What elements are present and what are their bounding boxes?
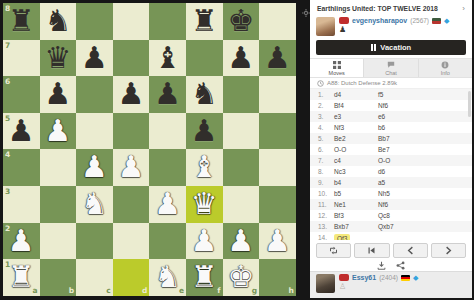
rank-label-7: 7 (5, 41, 10, 50)
opening-name[interactable]: A88: Dutch Defense 2.89k (327, 80, 397, 86)
move-number: 2. (318, 102, 334, 109)
square-d1[interactable]: d (113, 259, 150, 296)
square-c4[interactable]: ♟ (76, 149, 113, 186)
move-list[interactable]: 1.d4f52.Bf4Nf63.e3e64.Nf3b65.Be2Bb76.O-O… (310, 89, 472, 240)
white-move[interactable]: O-O (334, 146, 346, 153)
square-h3[interactable] (259, 186, 296, 223)
vacation-label: Vacation (380, 43, 411, 52)
black-move[interactable]: Be7 (378, 146, 390, 153)
square-b4[interactable] (40, 149, 77, 186)
game-sidebar: Earthlings United: TOP TWELVE 2018 › evg… (310, 0, 472, 298)
square-g8[interactable]: ♚ (223, 3, 260, 40)
white-knight-c3[interactable]: ♞ (76, 186, 113, 223)
move-number: 6. (318, 146, 334, 153)
square-a4[interactable]: 4 (3, 149, 40, 186)
move-row: 7.c4O-O (310, 155, 472, 166)
white-pawn-b5[interactable]: ♟ (40, 113, 77, 150)
white-move[interactable]: Bxb7 (334, 223, 349, 230)
black-pawn-g7[interactable]: ♟ (223, 40, 260, 77)
square-c3[interactable]: ♞ (76, 186, 113, 223)
black-pawn-h7[interactable]: ♟ (259, 40, 296, 77)
square-a6[interactable]: 6 (3, 76, 40, 113)
board-settings-gear-icon[interactable] (302, 3, 310, 21)
square-c5[interactable] (76, 113, 113, 150)
square-g5[interactable] (223, 113, 260, 150)
move-number: 3. (318, 113, 334, 120)
move-number: 5. (318, 135, 334, 142)
black-pawn-e6[interactable]: ♟ (149, 76, 186, 113)
square-g6[interactable] (223, 76, 260, 113)
vacation-banner: Vacation (316, 40, 466, 55)
move-row: 5.Be2Bb7 (310, 133, 472, 144)
previous-move-button[interactable] (393, 243, 428, 258)
black-pawn-d6[interactable]: ♟ (113, 76, 150, 113)
black-move[interactable]: b6 (378, 124, 385, 131)
square-d5[interactable] (113, 113, 150, 150)
black-move[interactable]: Nf6 (378, 201, 388, 208)
square-d4[interactable]: ♟ (113, 149, 150, 186)
skip-to-start-icon (367, 246, 376, 255)
square-f4[interactable]: ♝ (186, 149, 223, 186)
white-move[interactable]: Ne1 (334, 201, 346, 208)
download-share-row (310, 260, 472, 271)
file-label-c: c (106, 286, 110, 295)
white-bishop-f4[interactable]: ♝ (186, 149, 223, 186)
rank-label-5: 5 (5, 114, 10, 123)
square-h8[interactable] (259, 3, 296, 40)
white-move[interactable]: Qf3 (334, 234, 350, 241)
clock-icon (317, 80, 324, 87)
move-row: 8.Nc3d6 (310, 166, 472, 177)
chevron-right-icon[interactable]: › (462, 4, 465, 13)
bottom-player-rating: (2404) (379, 274, 398, 281)
square-e1[interactable]: ♞e (149, 259, 186, 296)
top-player-row[interactable]: evgenysharapov (2567) ◆ ♟ (310, 15, 472, 38)
move-number: 9. (318, 179, 334, 186)
square-c6[interactable] (76, 76, 113, 113)
scrollbar-thumb[interactable] (468, 91, 471, 117)
top-player-flag-icon (432, 18, 441, 24)
move-row: 6.O-OBe7 (310, 144, 472, 155)
move-number: 8. (318, 168, 334, 175)
white-pawn-g2[interactable]: ♟ (223, 223, 260, 260)
square-g4[interactable] (223, 149, 260, 186)
move-number: 1. (318, 91, 334, 98)
square-f8[interactable]: ♜ (186, 3, 223, 40)
square-e6[interactable]: ♟ (149, 76, 186, 113)
file-label-f: f (217, 286, 220, 295)
black-move[interactable]: e6 (378, 113, 385, 120)
square-a5[interactable]: ♟5 (3, 113, 40, 150)
tournament-header[interactable]: Earthlings United: TOP TWELVE 2018 › (310, 0, 472, 15)
square-e7[interactable]: ♝ (149, 40, 186, 77)
chevron-left-icon (406, 246, 415, 255)
download-icon[interactable] (377, 261, 386, 270)
square-d7[interactable] (113, 40, 150, 77)
square-h4[interactable] (259, 149, 296, 186)
sidebar-tabs: Moves Chat Info (310, 58, 472, 78)
square-d6[interactable]: ♟ (113, 76, 150, 113)
square-h2[interactable]: ♟ (259, 223, 296, 260)
tab-chat[interactable]: Chat (364, 59, 418, 77)
black-rook-f8[interactable]: ♜ (186, 3, 223, 40)
white-pawn-e3[interactable]: ♟ (149, 186, 186, 223)
file-label-a: a (33, 286, 38, 295)
rank-label-2: 2 (5, 224, 10, 233)
black-knight-f6[interactable]: ♞ (186, 76, 223, 113)
move-row: 13.Bxb7Qxb7 (310, 221, 472, 232)
square-f5[interactable]: ♟ (186, 113, 223, 150)
square-f2[interactable]: ♟ (186, 223, 223, 260)
go-to-start-button[interactable] (354, 243, 389, 258)
white-pawn-c4[interactable]: ♟ (76, 149, 113, 186)
top-player-avatar[interactable] (316, 17, 335, 36)
rank-label-3: 3 (5, 187, 10, 196)
black-move[interactable]: a5 (378, 179, 385, 186)
black-move[interactable]: Bb7 (378, 135, 390, 142)
black-move[interactable]: O-O (378, 157, 390, 164)
bottom-player-title-badge (339, 274, 349, 281)
square-b6[interactable]: ♟ (40, 76, 77, 113)
square-f1[interactable]: ♜f (186, 259, 223, 296)
move-number: 10. (318, 190, 334, 197)
rank-label-6: 6 (5, 77, 10, 86)
black-pawn-f5[interactable]: ♟ (186, 113, 223, 150)
white-pawn-f2[interactable]: ♟ (186, 223, 223, 260)
top-player-rating: (2567) (410, 17, 429, 24)
white-queen-f3[interactable]: ♛ (186, 186, 223, 223)
black-move[interactable]: Qc8 (378, 212, 390, 219)
move-number: 4. (318, 124, 334, 131)
square-e5[interactable] (149, 113, 186, 150)
white-move[interactable]: c4 (334, 157, 341, 164)
white-move[interactable]: Bf4 (334, 102, 344, 109)
black-knight-b8[interactable]: ♞ (40, 3, 77, 40)
chess-board-container: ♜8♞♜♚7♛♟♝♟♟6♟♟♟♞♟5♟♟4♟♟♝3♞♟♛♟2♟♟♟♜1abcd♞… (3, 3, 296, 296)
diamond-membership-icon: ◆ (413, 274, 418, 281)
square-f3[interactable]: ♛ (186, 186, 223, 223)
white-pawn-h2[interactable]: ♟ (259, 223, 296, 260)
file-label-g: g (252, 286, 257, 295)
move-row: 12.Bf3Qc8 (310, 210, 472, 221)
white-move[interactable]: Bf3 (334, 212, 344, 219)
move-row: 9.b4a5 (310, 177, 472, 188)
top-player-name[interactable]: evgenysharapov (352, 17, 407, 24)
diamond-membership-icon: ◆ (444, 17, 449, 24)
black-bishop-e7[interactable]: ♝ (149, 40, 186, 77)
black-queen-b7[interactable]: ♛ (40, 40, 77, 77)
white-move[interactable]: e3 (334, 113, 341, 120)
top-player-title-badge (339, 17, 349, 24)
move-row: 2.Bf4Nf6 (310, 100, 472, 111)
square-c1[interactable]: c (76, 259, 113, 296)
flip-board-icon (329, 246, 338, 255)
square-b1[interactable]: b (40, 259, 77, 296)
info-circle-icon (441, 61, 449, 69)
square-e4[interactable] (149, 149, 186, 186)
square-g1[interactable]: ♚g (223, 259, 260, 296)
tab-moves[interactable]: Moves (310, 59, 364, 77)
square-b8[interactable]: ♞ (40, 3, 77, 40)
square-c7[interactable]: ♟ (76, 40, 113, 77)
square-h1[interactable]: h (259, 259, 296, 296)
file-label-b: b (69, 286, 74, 295)
square-a1[interactable]: ♜1a (3, 259, 40, 296)
square-a8[interactable]: ♜8 (3, 3, 40, 40)
square-h7[interactable]: ♟ (259, 40, 296, 77)
file-label-d: d (142, 286, 147, 295)
move-row: 14.Qf3 (310, 232, 472, 240)
white-move[interactable]: b4 (334, 179, 341, 186)
move-row: 10.b5Nh5 (310, 188, 472, 199)
white-move[interactable]: b5 (334, 190, 341, 197)
square-b7[interactable]: ♛ (40, 40, 77, 77)
black-side-pawn-icon: ♟ (339, 25, 449, 34)
square-d8[interactable] (113, 3, 150, 40)
move-number: 11. (318, 201, 334, 208)
black-move[interactable]: Nh5 (378, 190, 390, 197)
white-pawn-d4[interactable]: ♟ (113, 149, 150, 186)
square-f6[interactable]: ♞ (186, 76, 223, 113)
move-row: 11.Ne1Nf6 (310, 199, 472, 210)
square-d2[interactable] (113, 223, 150, 260)
white-move[interactable]: d4 (334, 91, 341, 98)
square-c2[interactable] (76, 223, 113, 260)
square-h5[interactable] (259, 113, 296, 150)
move-row: 4.Nf3b6 (310, 122, 472, 133)
square-h6[interactable] (259, 76, 296, 113)
black-move[interactable]: f5 (378, 91, 383, 98)
move-number: 7. (318, 157, 334, 164)
bottom-player-avatar[interactable] (316, 274, 335, 293)
move-navigation-bar (310, 240, 472, 260)
square-g2[interactable]: ♟ (223, 223, 260, 260)
move-row: 3.e3e6 (310, 111, 472, 122)
square-e2[interactable] (149, 223, 186, 260)
white-move[interactable]: Nf3 (334, 124, 344, 131)
bottom-player-name[interactable]: Essy61 (352, 274, 376, 281)
move-row: 1.d4f5 (310, 89, 472, 100)
black-move[interactable]: d6 (378, 168, 385, 175)
move-number: 13. (318, 223, 334, 230)
bottom-player-flag-icon (401, 275, 410, 281)
square-d3[interactable] (113, 186, 150, 223)
flip-board-button[interactable] (316, 243, 351, 258)
square-e3[interactable]: ♟ (149, 186, 186, 223)
square-a2[interactable]: ♟2 (3, 223, 40, 260)
chevron-right-icon (444, 246, 453, 255)
file-label-h: h (288, 286, 293, 295)
white-move[interactable]: Nc3 (334, 168, 346, 175)
square-g3[interactable] (223, 186, 260, 223)
file-label-e: e (179, 286, 184, 295)
app-window: ♜8♞♜♚7♛♟♝♟♟6♟♟♟♞♟5♟♟4♟♟♝3♞♟♛♟2♟♟♟♜1abcd♞… (0, 0, 474, 300)
share-icon[interactable] (396, 261, 405, 270)
rank-label-8: 8 (5, 4, 10, 13)
next-move-button[interactable] (431, 243, 466, 258)
black-move[interactable]: Qxb7 (378, 223, 394, 230)
move-number: 14. (318, 234, 334, 240)
square-b5[interactable]: ♟ (40, 113, 77, 150)
pause-icon (371, 44, 377, 51)
square-b3[interactable] (40, 186, 77, 223)
chess-board[interactable]: ♜8♞♜♚7♛♟♝♟♟6♟♟♟♞♟5♟♟4♟♟♝3♞♟♛♟2♟♟♟♜1abcd♞… (3, 3, 296, 296)
white-side-pawn-icon: ♙ (339, 282, 418, 291)
white-move[interactable]: Be2 (334, 135, 346, 142)
square-c8[interactable] (76, 3, 113, 40)
square-a3[interactable]: 3 (3, 186, 40, 223)
black-king-g8[interactable]: ♚ (223, 3, 260, 40)
black-pawn-c7[interactable]: ♟ (76, 40, 113, 77)
square-g7[interactable]: ♟ (223, 40, 260, 77)
rank-label-1: 1 (5, 260, 10, 269)
move-number: 12. (318, 212, 334, 219)
bottom-player-row[interactable]: Essy61 (2404) ◆ ♙ (310, 271, 472, 298)
square-e8[interactable] (149, 3, 186, 40)
tab-info[interactable]: Info (419, 59, 472, 77)
square-a7[interactable]: 7 (3, 40, 40, 77)
opening-info-row[interactable]: A88: Dutch Defense 2.89k (310, 78, 472, 89)
square-f7[interactable] (186, 40, 223, 77)
tournament-title: Earthlings United: TOP TWELVE 2018 (317, 5, 438, 12)
moves-grid-icon (333, 61, 341, 69)
black-pawn-b6[interactable]: ♟ (40, 76, 77, 113)
black-move[interactable]: Nf6 (378, 102, 388, 109)
rank-label-4: 4 (5, 150, 10, 159)
square-b2[interactable] (40, 223, 77, 260)
chat-bubble-icon (387, 61, 395, 69)
